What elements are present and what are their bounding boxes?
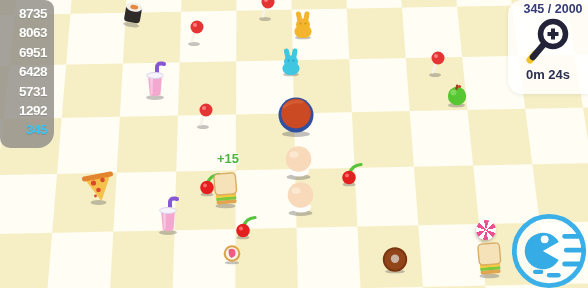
timer-text: 0m 24s (526, 67, 570, 82)
progress-text: 345 / 2000 (523, 2, 582, 16)
item-sushi (122, 1, 144, 32)
item-cherry (340, 162, 364, 191)
item-lollipop (195, 103, 215, 133)
item-sandwich (211, 172, 242, 213)
item-tart (222, 244, 243, 269)
floating-score-text: +15 (217, 151, 239, 166)
zoom-in-magnifier-icon (524, 17, 572, 69)
leaderboard-rows: 873580636951642857311292345 (2, 4, 47, 140)
player-body-segment (281, 144, 318, 184)
item-cherry (234, 215, 258, 244)
leaderboard-score: 1292 (2, 101, 47, 120)
pacman-dash-icon (510, 212, 588, 288)
leaderboard-score: 8063 (2, 23, 47, 42)
leaderboard-panel: 873580636951642857311292345 (0, 0, 54, 148)
player-body-segment (283, 180, 320, 220)
progress-panel: 345 / 2000 0m 24s (508, 0, 588, 94)
item-apple (446, 83, 469, 112)
item-pizza (81, 171, 114, 209)
board-items-layer (0, 0, 588, 288)
item-gummy-cyan (279, 48, 304, 81)
dash-boost-button[interactable] (510, 212, 588, 288)
leaderboard-score: 6951 (2, 43, 47, 62)
leaderboard-score-player: 345 (2, 120, 47, 139)
item-candy (476, 220, 496, 240)
item-sandwich (475, 242, 506, 283)
item-lollipop (186, 20, 206, 50)
leaderboard-score: 8735 (2, 4, 47, 23)
item-gummy-yellow (291, 11, 316, 44)
item-lollipop (427, 51, 447, 81)
item-drink (141, 60, 169, 105)
item-lollipop (257, 0, 277, 25)
item-drink (154, 195, 182, 240)
player-head (275, 95, 317, 141)
leaderboard-score: 6428 (2, 62, 47, 81)
game-screen: +15 873580636951642857311292345 345 / 20… (0, 0, 588, 288)
item-donut (381, 247, 410, 278)
leaderboard-score: 5731 (2, 82, 47, 101)
item-cherry (198, 172, 222, 201)
